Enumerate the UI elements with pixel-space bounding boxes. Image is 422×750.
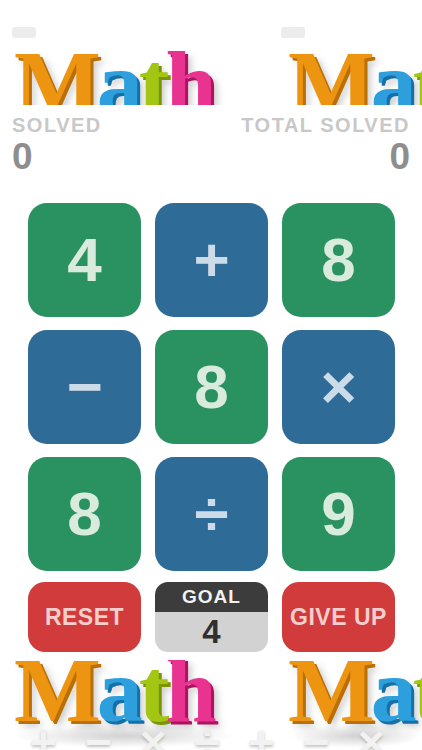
solved-score: SOLVED 0	[12, 114, 102, 175]
goal-display: GOAL 4	[155, 582, 268, 652]
tile-number-8c[interactable]: 8	[28, 457, 141, 571]
tile-operator-plus[interactable]: +	[155, 203, 268, 317]
tile-number-8a[interactable]: 8	[282, 203, 395, 317]
tile-operator-divide[interactable]: ÷	[155, 457, 268, 571]
total-solved-value: 0	[241, 138, 410, 175]
logo-letter-t: t	[413, 660, 422, 741]
total-solved-score: TOTAL SOLVED 0	[241, 114, 410, 175]
logo-letter-a: a	[97, 660, 139, 741]
solved-label: SOLVED	[12, 114, 102, 137]
ground-symbol: +	[248, 715, 275, 750]
tile-operator-minus[interactable]: −	[28, 330, 141, 444]
logo-letter-h: h	[165, 660, 212, 741]
math-logo: Math	[14, 660, 213, 736]
logo-letter-t: t	[413, 32, 422, 105]
logo-letter-m: M	[14, 32, 97, 105]
puzzle-grid: 4 + 8 − 8 × 8 ÷ 9	[28, 203, 395, 571]
logo-letter-a: a	[97, 32, 139, 105]
scoreboard: SOLVED 0 TOTAL SOLVED 0	[0, 114, 422, 175]
math-logo: Math	[14, 37, 213, 105]
goal-label: GOAL	[155, 582, 268, 612]
solved-value: 0	[12, 138, 102, 175]
reset-button[interactable]: RESET	[28, 582, 141, 652]
logo-letter-m: M	[288, 660, 371, 741]
logo-letter-t: t	[139, 660, 166, 741]
tile-number-9[interactable]: 9	[282, 457, 395, 571]
logo-letter-a: a	[371, 660, 413, 741]
give-up-button[interactable]: GIVE UP	[282, 582, 395, 652]
logo-letter-a: a	[371, 32, 413, 105]
logo-letter-m: M	[14, 660, 97, 741]
math-logo: Math	[288, 660, 422, 736]
tile-operator-times[interactable]: ×	[282, 330, 395, 444]
logo-letter-m: M	[288, 32, 371, 105]
logo-letter-t: t	[139, 32, 166, 105]
math-logo: Math	[288, 37, 422, 105]
total-solved-label: TOTAL SOLVED	[241, 114, 410, 137]
math-logo-banner-bottom: + − × ÷ + − × Math Math	[0, 660, 422, 750]
controls-bar: RESET GOAL 4 GIVE UP	[28, 582, 395, 652]
math-logo-banner-top: Math Math	[0, 0, 422, 105]
tile-number-8b[interactable]: 8	[155, 330, 268, 444]
tile-number-4[interactable]: 4	[28, 203, 141, 317]
logo-letter-h: h	[165, 32, 212, 105]
goal-value: 4	[155, 612, 268, 652]
